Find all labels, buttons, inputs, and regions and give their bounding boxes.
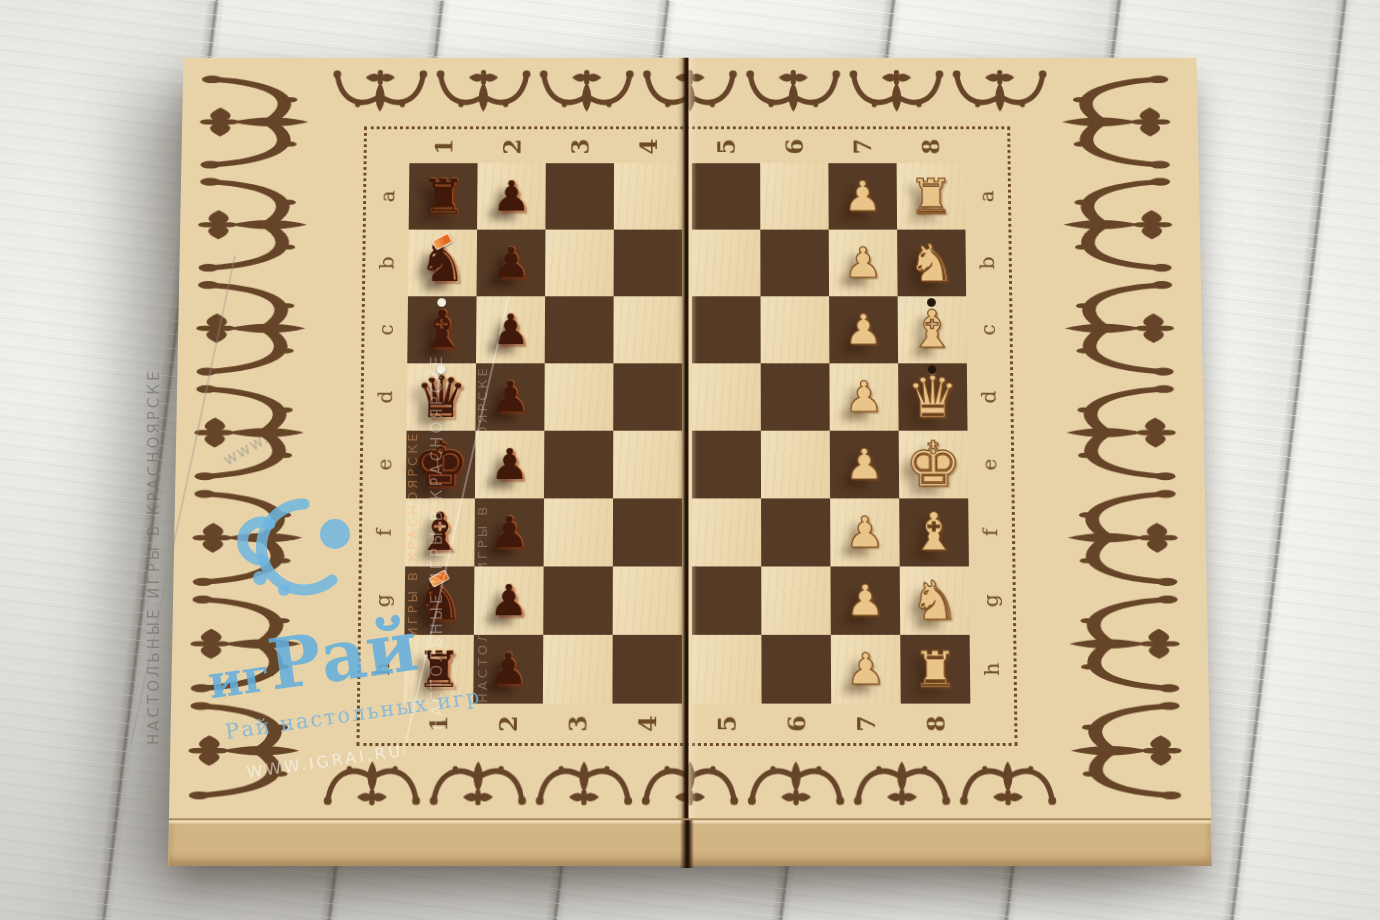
square-h4[interactable] [612, 635, 682, 704]
rank-label-4-bottom: 4 [612, 709, 682, 738]
square-h1[interactable]: ♜ [404, 635, 474, 704]
square-g8[interactable]: ♞ [900, 566, 970, 634]
file-label-h-right: h [970, 635, 1014, 704]
square-d2[interactable]: ♟ [475, 363, 544, 430]
board-half-right: ♟♜♟♞♟♝♟♛♟♚♟♝♟♞♟♜ [692, 163, 970, 703]
file-label-e-left: e [362, 431, 406, 499]
rank-label-8-top: 8 [896, 133, 964, 160]
ornament-border-right [1045, 71, 1184, 805]
square-c5[interactable] [692, 296, 761, 363]
piece-natural-p-f7: ♟ [830, 498, 900, 566]
square-d7[interactable]: ♟ [829, 363, 898, 430]
square-a1[interactable]: ♜ [409, 163, 478, 229]
piece-natural-r-h8: ♜ [900, 635, 970, 704]
square-f8[interactable]: ♝ [899, 498, 969, 566]
dark-tip-c8 [927, 298, 936, 307]
rank-label-3-bottom: 3 [543, 709, 613, 738]
square-b7[interactable]: ♟ [829, 230, 898, 297]
rank-label-5-top: 5 [692, 133, 760, 160]
box-edge-seam [680, 820, 694, 868]
file-label-h-left: h [360, 635, 404, 704]
square-b8[interactable]: ♞ [897, 230, 966, 297]
square-f6[interactable] [761, 498, 830, 566]
rank-label-2-bottom: 2 [473, 709, 543, 738]
piece-natural-n-g8: ♞ [900, 566, 970, 634]
piece-stained-k-e1: ♚ [406, 431, 476, 499]
square-h6[interactable] [761, 635, 831, 704]
square-d3[interactable] [544, 363, 613, 430]
square-c1[interactable]: ♝ [407, 296, 476, 363]
square-h3[interactable] [543, 635, 613, 704]
rank-label-8-bottom: 8 [901, 709, 971, 738]
file-label-f-right: f [968, 498, 1012, 566]
square-c8[interactable]: ♝ [898, 296, 967, 363]
square-e8[interactable]: ♚ [899, 431, 969, 499]
board-face: 12345678 abcdefgh ♜♟♞♟♝♟♛♟♚♟♝♟♞♟♜♟ ♟♜♟♞♟… [169, 58, 1211, 819]
file-label-f-left: f [362, 498, 406, 566]
square-a2[interactable]: ♟ [477, 163, 546, 229]
square-g7[interactable]: ♟ [830, 566, 900, 634]
square-a6[interactable] [760, 163, 829, 229]
piece-stained-p-f2: ♟ [474, 498, 544, 566]
dark-tip-d8 [928, 365, 937, 374]
square-c3[interactable] [545, 296, 614, 363]
hinge-seam [677, 58, 697, 819]
square-f1[interactable]: ♝ [405, 498, 475, 566]
rank-label-6-bottom: 6 [762, 709, 832, 738]
white-tip-d1 [437, 365, 446, 374]
file-label-g-left: g [361, 566, 405, 634]
file-label-g-right: g [969, 566, 1013, 634]
square-b4[interactable] [614, 230, 683, 297]
rank-label-2-top: 2 [478, 133, 546, 160]
square-g6[interactable] [761, 566, 831, 634]
file-label-d-right: d [967, 363, 1011, 430]
square-c2[interactable]: ♟ [476, 296, 545, 363]
piece-natural-p-b7: ♟ [829, 230, 898, 297]
file-label-e-right: e [968, 431, 1012, 499]
piece-stained-p-b2: ♟ [477, 230, 546, 297]
square-e6[interactable] [761, 431, 830, 499]
file-label-b-right: b [965, 230, 1009, 297]
piece-natural-p-c7: ♟ [829, 296, 898, 363]
square-c7[interactable]: ♟ [829, 296, 898, 363]
square-f2[interactable]: ♟ [474, 498, 544, 566]
file-label-c-right: c [966, 296, 1010, 363]
square-g3[interactable] [543, 566, 613, 634]
square-g5[interactable] [692, 566, 761, 634]
rank-label-7-top: 7 [828, 133, 896, 160]
white-tip-c1 [437, 298, 446, 307]
piece-stained-p-h2: ♟ [473, 635, 543, 704]
rank-label-1-top: 1 [409, 133, 477, 160]
chess-box-board: 12345678 abcdefgh ♜♟♞♟♝♟♛♟♚♟♝♟♞♟♜♟ ♟♜♟♞♟… [168, 58, 1212, 866]
piece-natural-r-a8: ♜ [897, 163, 966, 229]
piece-natural-b-f8: ♝ [899, 498, 969, 566]
square-e7[interactable]: ♟ [830, 431, 899, 499]
square-b5[interactable] [692, 230, 761, 297]
square-b6[interactable] [760, 230, 829, 297]
square-d5[interactable] [692, 363, 761, 430]
ornament-border-left [185, 71, 325, 805]
square-f3[interactable] [544, 498, 613, 566]
board-half-left: ♜♟♞♟♝♟♛♟♚♟♝♟♞♟♜♟ [404, 163, 682, 703]
piece-stained-r-a1: ♜ [409, 163, 478, 229]
rank-label-3-top: 3 [546, 133, 614, 160]
square-e3[interactable] [544, 431, 613, 499]
piece-stained-b-f1: ♝ [405, 498, 475, 566]
square-e5[interactable] [692, 431, 761, 499]
square-c4[interactable] [613, 296, 682, 363]
square-e2[interactable]: ♟ [475, 431, 544, 499]
piece-natural-p-h7: ♟ [831, 635, 901, 704]
square-a7[interactable]: ♟ [828, 163, 897, 229]
file-label-a-right: a [965, 163, 1009, 229]
square-g1[interactable]: ♞ [404, 566, 474, 634]
piece-natural-p-a7: ♟ [828, 163, 897, 229]
file-label-b-left: b [365, 230, 409, 297]
file-label-a-left: a [366, 163, 410, 229]
square-f4[interactable] [613, 498, 682, 566]
piece-stained-p-g2: ♟ [474, 566, 544, 634]
piece-stained-p-c2: ♟ [476, 296, 545, 363]
piece-stained-p-a2: ♟ [477, 163, 546, 229]
square-g4[interactable] [613, 566, 682, 634]
square-f7[interactable]: ♟ [830, 498, 900, 566]
square-f5[interactable] [692, 498, 761, 566]
square-d4[interactable] [613, 363, 682, 430]
square-b2[interactable]: ♟ [477, 230, 546, 297]
square-g2[interactable]: ♟ [474, 566, 544, 634]
piece-natural-p-g7: ♟ [830, 566, 900, 634]
piece-natural-k-e8: ♚ [899, 431, 969, 499]
file-label-c-left: c [364, 296, 408, 363]
square-h8[interactable]: ♜ [900, 635, 970, 704]
square-h5[interactable] [692, 635, 762, 704]
file-labels-left: abcdefgh [360, 163, 409, 703]
piece-stained-p-e2: ♟ [475, 431, 544, 499]
file-label-d-left: d [363, 363, 407, 430]
rank-label-1-bottom: 1 [403, 709, 473, 738]
square-b1[interactable]: ♞ [408, 230, 477, 297]
square-c6[interactable] [761, 296, 830, 363]
square-d1[interactable]: ♛ [407, 363, 476, 430]
square-d6[interactable] [761, 363, 830, 430]
square-a3[interactable] [545, 163, 614, 229]
square-h7[interactable]: ♟ [831, 635, 901, 704]
rank-label-5-bottom: 5 [692, 709, 762, 738]
square-e1[interactable]: ♚ [406, 431, 476, 499]
rank-label-6-top: 6 [760, 133, 828, 160]
piece-stained-r-h1: ♜ [404, 635, 474, 704]
square-a4[interactable] [614, 163, 682, 229]
piece-natural-p-e7: ♟ [830, 431, 899, 499]
square-b3[interactable] [545, 230, 614, 297]
rank-label-4-top: 4 [614, 133, 682, 160]
square-d8[interactable]: ♛ [898, 363, 967, 430]
piece-stained-p-d2: ♟ [475, 363, 544, 430]
piece-natural-p-d7: ♟ [829, 363, 898, 430]
piece-natural-n-b8: ♞ [897, 230, 966, 297]
square-a8[interactable]: ♜ [897, 163, 966, 229]
box-side-edge [168, 818, 1212, 866]
square-h2[interactable]: ♟ [473, 635, 543, 704]
square-a5[interactable] [692, 163, 760, 229]
file-labels-right: abcdefgh [965, 163, 1014, 703]
rank-label-7-bottom: 7 [831, 709, 901, 738]
square-e4[interactable] [613, 431, 682, 499]
